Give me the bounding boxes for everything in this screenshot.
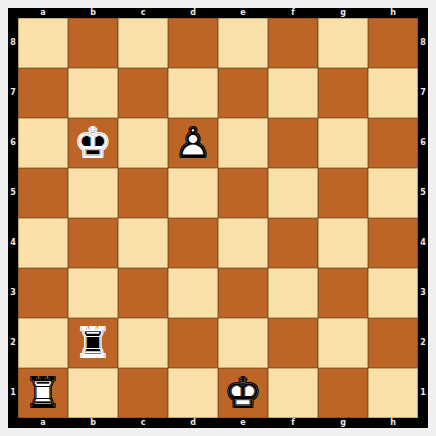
square-f3[interactable] xyxy=(268,268,318,318)
black-rook-b2[interactable]: ♜♖ xyxy=(68,318,118,368)
file-label-f: f xyxy=(268,418,318,428)
chess-diagram: { "game": "chess", "position": { "fen": … xyxy=(0,0,436,436)
square-f7[interactable] xyxy=(268,68,318,118)
piece-contour: ♖ xyxy=(18,368,68,418)
square-d6[interactable]: ♟♙ xyxy=(168,118,218,168)
square-b3[interactable] xyxy=(68,268,118,318)
square-e8[interactable] xyxy=(218,18,268,68)
square-f2[interactable] xyxy=(268,318,318,368)
file-label-d: d xyxy=(168,418,218,428)
file-label-e: e xyxy=(218,418,268,428)
square-b6[interactable]: ♚♔ xyxy=(68,118,118,168)
file-label-c: c xyxy=(118,418,168,428)
square-b7[interactable] xyxy=(68,68,118,118)
file-label-b: b xyxy=(68,418,118,428)
file-label-h: h xyxy=(368,8,418,18)
square-c8[interactable] xyxy=(118,18,168,68)
file-label-c: c xyxy=(118,8,168,18)
square-g4[interactable] xyxy=(318,218,368,268)
file-label-g: g xyxy=(318,8,368,18)
square-h4[interactable] xyxy=(368,218,418,268)
square-g2[interactable] xyxy=(318,318,368,368)
square-b8[interactable] xyxy=(68,18,118,68)
rank-label-3: 3 xyxy=(8,268,18,318)
rank-label-1: 1 xyxy=(418,368,428,418)
file-label-b: b xyxy=(68,8,118,18)
square-g3[interactable] xyxy=(318,268,368,318)
square-e6[interactable] xyxy=(218,118,268,168)
rank-label-4: 4 xyxy=(418,218,428,268)
square-c3[interactable] xyxy=(118,268,168,318)
square-e2[interactable] xyxy=(218,318,268,368)
square-d5[interactable] xyxy=(168,168,218,218)
rank-labels-right: 87654321 xyxy=(418,18,428,418)
square-d1[interactable] xyxy=(168,368,218,418)
square-d7[interactable] xyxy=(168,68,218,118)
square-h8[interactable] xyxy=(368,18,418,68)
piece-contour: ♖ xyxy=(68,318,118,368)
rank-label-7: 7 xyxy=(8,68,18,118)
square-c1[interactable] xyxy=(118,368,168,418)
rank-label-5: 5 xyxy=(418,168,428,218)
square-f1[interactable] xyxy=(268,368,318,418)
rank-label-3: 3 xyxy=(418,268,428,318)
square-a7[interactable] xyxy=(18,68,68,118)
square-h6[interactable] xyxy=(368,118,418,168)
file-label-a: a xyxy=(18,8,68,18)
square-e5[interactable] xyxy=(218,168,268,218)
rank-label-6: 6 xyxy=(8,118,18,168)
rank-label-7: 7 xyxy=(418,68,428,118)
square-d2[interactable] xyxy=(168,318,218,368)
piece-contour: ♔ xyxy=(68,118,118,168)
white-pawn-d6[interactable]: ♟♙ xyxy=(168,118,218,168)
square-g7[interactable] xyxy=(318,68,368,118)
square-g1[interactable] xyxy=(318,368,368,418)
rank-label-6: 6 xyxy=(418,118,428,168)
square-c7[interactable] xyxy=(118,68,168,118)
square-c5[interactable] xyxy=(118,168,168,218)
square-d8[interactable] xyxy=(168,18,218,68)
rank-label-8: 8 xyxy=(418,18,428,68)
square-b2[interactable]: ♜♖ xyxy=(68,318,118,368)
square-f8[interactable] xyxy=(268,18,318,68)
square-g5[interactable] xyxy=(318,168,368,218)
square-a6[interactable] xyxy=(18,118,68,168)
rank-label-5: 5 xyxy=(8,168,18,218)
file-label-g: g xyxy=(318,418,368,428)
file-label-f: f xyxy=(268,8,318,18)
square-h7[interactable] xyxy=(368,68,418,118)
black-king-b6[interactable]: ♚♔ xyxy=(68,118,118,168)
square-e3[interactable] xyxy=(218,268,268,318)
square-g8[interactable] xyxy=(318,18,368,68)
square-a8[interactable] xyxy=(18,18,68,68)
rank-label-8: 8 xyxy=(8,18,18,68)
white-king-e1[interactable]: ♚♔ xyxy=(218,368,268,418)
square-d3[interactable] xyxy=(168,268,218,318)
rank-label-4: 4 xyxy=(8,218,18,268)
chess-board: ♚♔♟♙♜♖♜♖♚♔ xyxy=(18,18,418,418)
rank-labels-left: 87654321 xyxy=(8,18,18,418)
file-label-d: d xyxy=(168,8,218,18)
white-rook-a1[interactable]: ♜♖ xyxy=(18,368,68,418)
square-b1[interactable] xyxy=(68,368,118,418)
square-c4[interactable] xyxy=(118,218,168,268)
square-a5[interactable] xyxy=(18,168,68,218)
square-a1[interactable]: ♜♖ xyxy=(18,368,68,418)
square-h5[interactable] xyxy=(368,168,418,218)
square-h3[interactable] xyxy=(368,268,418,318)
square-b5[interactable] xyxy=(68,168,118,218)
square-c6[interactable] xyxy=(118,118,168,168)
file-label-h: h xyxy=(368,418,418,428)
rank-label-1: 1 xyxy=(8,368,18,418)
square-e7[interactable] xyxy=(218,68,268,118)
square-a3[interactable] xyxy=(18,268,68,318)
square-f4[interactable] xyxy=(268,218,318,268)
file-labels-bottom: abcdefgh xyxy=(18,418,418,428)
square-g6[interactable] xyxy=(318,118,368,168)
square-b4[interactable] xyxy=(68,218,118,268)
square-a2[interactable] xyxy=(18,318,68,368)
file-labels-top: abcdefgh xyxy=(18,8,418,18)
piece-contour: ♔ xyxy=(218,368,268,418)
square-d4[interactable] xyxy=(168,218,218,268)
square-c2[interactable] xyxy=(118,318,168,368)
square-f5[interactable] xyxy=(268,168,318,218)
square-h1[interactable] xyxy=(368,368,418,418)
piece-contour: ♙ xyxy=(168,118,218,168)
square-e4[interactable] xyxy=(218,218,268,268)
rank-label-2: 2 xyxy=(418,318,428,368)
file-label-a: a xyxy=(18,418,68,428)
rank-label-2: 2 xyxy=(8,318,18,368)
square-e1[interactable]: ♚♔ xyxy=(218,368,268,418)
square-f6[interactable] xyxy=(268,118,318,168)
file-label-e: e xyxy=(218,8,268,18)
square-h2[interactable] xyxy=(368,318,418,368)
square-a4[interactable] xyxy=(18,218,68,268)
